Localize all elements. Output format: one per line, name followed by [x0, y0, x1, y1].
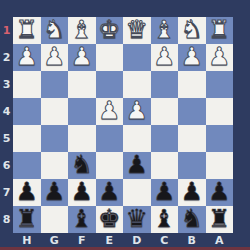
square-d4[interactable]: ♟	[123, 98, 151, 125]
square-e6[interactable]	[96, 152, 124, 179]
file-label-c: C	[151, 233, 179, 247]
white-pawn-c2[interactable]: ♟	[153, 43, 175, 70]
black-pawn-e7[interactable]: ♟	[98, 178, 120, 205]
square-g1[interactable]: ♞	[41, 17, 69, 44]
square-f2[interactable]: ♟	[68, 44, 96, 71]
square-f6[interactable]: ♞	[68, 152, 96, 179]
black-pawn-a7[interactable]: ♟	[208, 178, 230, 205]
square-h2[interactable]: ♟	[13, 44, 41, 71]
file-label-d: D	[123, 233, 151, 247]
white-pawn-e4[interactable]: ♟	[98, 97, 120, 124]
rank-label-6: 6	[0, 152, 13, 179]
rank-label-8: 8	[0, 206, 13, 233]
square-e4[interactable]: ♟	[96, 98, 124, 125]
square-b3[interactable]	[178, 71, 206, 98]
file-label-h: H	[13, 233, 41, 247]
square-f7[interactable]: ♟	[68, 179, 96, 206]
square-b7[interactable]: ♟	[178, 179, 206, 206]
black-pawn-b7[interactable]: ♟	[181, 178, 203, 205]
square-g3[interactable]	[41, 71, 69, 98]
square-d1[interactable]: ♛	[123, 17, 151, 44]
white-pawn-h2[interactable]: ♟	[16, 43, 38, 70]
black-rook-h8[interactable]: ♜	[16, 205, 38, 232]
file-label-f: F	[68, 233, 96, 247]
square-e2[interactable]	[96, 44, 124, 71]
square-c8[interactable]: ♝	[151, 206, 179, 233]
square-d2[interactable]	[123, 44, 151, 71]
white-pawn-g2[interactable]: ♟	[43, 43, 65, 70]
rank-label-7: 7	[0, 179, 13, 206]
square-c4[interactable]	[151, 98, 179, 125]
square-a5[interactable]	[206, 125, 234, 152]
square-b8[interactable]: ♞	[178, 206, 206, 233]
black-king-e8[interactable]: ♚	[98, 205, 120, 232]
white-knight-g1[interactable]: ♞	[43, 16, 65, 43]
chess-board-diagram: 12345678 ♜♞♝♚♛♝♞♜♟♟♟♟♟♟♟♟♞♟♟♟♟♟♟♟♟♜♝♚♛♝♞…	[0, 0, 250, 250]
square-e7[interactable]: ♟	[96, 179, 124, 206]
rank-label-2: 2	[0, 44, 13, 71]
square-f4[interactable]	[68, 98, 96, 125]
square-g8[interactable]	[41, 206, 69, 233]
file-labels: HGFEDCBA	[13, 233, 233, 247]
square-b2[interactable]: ♟	[178, 44, 206, 71]
white-pawn-a2[interactable]: ♟	[208, 43, 230, 70]
file-label-b: B	[178, 233, 206, 247]
square-e8[interactable]: ♚	[96, 206, 124, 233]
black-queen-d8[interactable]: ♛	[126, 205, 148, 232]
square-d3[interactable]	[123, 71, 151, 98]
rank-label-5: 5	[0, 125, 13, 152]
square-f5[interactable]	[68, 125, 96, 152]
square-c1[interactable]: ♝	[151, 17, 179, 44]
square-c5[interactable]	[151, 125, 179, 152]
square-g2[interactable]: ♟	[41, 44, 69, 71]
file-label-a: A	[206, 233, 234, 247]
black-pawn-f7[interactable]: ♟	[71, 178, 93, 205]
white-knight-b1[interactable]: ♞	[181, 16, 203, 43]
square-h8[interactable]: ♜	[13, 206, 41, 233]
square-a2[interactable]: ♟	[206, 44, 234, 71]
file-label-g: G	[41, 233, 69, 247]
white-pawn-b2[interactable]: ♟	[181, 43, 203, 70]
rank-labels: 12345678	[0, 17, 13, 233]
white-pawn-d4[interactable]: ♟	[126, 97, 148, 124]
white-bishop-f1[interactable]: ♝	[71, 16, 93, 43]
square-c7[interactable]: ♟	[151, 179, 179, 206]
square-c2[interactable]: ♟	[151, 44, 179, 71]
square-h7[interactable]: ♟	[13, 179, 41, 206]
square-f1[interactable]: ♝	[68, 17, 96, 44]
black-knight-f6[interactable]: ♞	[71, 151, 93, 178]
white-bishop-c1[interactable]: ♝	[153, 16, 175, 43]
black-pawn-g7[interactable]: ♟	[43, 178, 65, 205]
square-h5[interactable]	[13, 125, 41, 152]
black-knight-b8[interactable]: ♞	[181, 205, 203, 232]
file-label-e: E	[96, 233, 124, 247]
square-g6[interactable]	[41, 152, 69, 179]
square-a4[interactable]	[206, 98, 234, 125]
white-rook-h1[interactable]: ♜	[16, 16, 38, 43]
square-d5[interactable]	[123, 125, 151, 152]
black-pawn-c7[interactable]: ♟	[153, 178, 175, 205]
square-d7[interactable]	[123, 179, 151, 206]
square-h6[interactable]	[13, 152, 41, 179]
square-c3[interactable]	[151, 71, 179, 98]
square-f3[interactable]	[68, 71, 96, 98]
square-g4[interactable]	[41, 98, 69, 125]
square-g7[interactable]: ♟	[41, 179, 69, 206]
black-bishop-c8[interactable]: ♝	[153, 205, 175, 232]
square-d6[interactable]: ♟	[123, 152, 151, 179]
square-a6[interactable]	[206, 152, 234, 179]
black-rook-a8[interactable]: ♜	[208, 205, 230, 232]
white-rook-a1[interactable]: ♜	[208, 16, 230, 43]
square-b1[interactable]: ♞	[178, 17, 206, 44]
rank-label-4: 4	[0, 98, 13, 125]
square-f8[interactable]: ♝	[68, 206, 96, 233]
square-b5[interactable]	[178, 125, 206, 152]
square-e3[interactable]	[96, 71, 124, 98]
square-e5[interactable]	[96, 125, 124, 152]
square-h4[interactable]	[13, 98, 41, 125]
square-h3[interactable]	[13, 71, 41, 98]
square-b4[interactable]	[178, 98, 206, 125]
black-pawn-h7[interactable]: ♟	[16, 178, 38, 205]
black-pawn-d6[interactable]: ♟	[126, 151, 148, 178]
square-b6[interactable]	[178, 152, 206, 179]
square-e1[interactable]: ♚	[96, 17, 124, 44]
square-d8[interactable]: ♛	[123, 206, 151, 233]
rank-label-1: 1	[0, 17, 13, 44]
square-a3[interactable]	[206, 71, 234, 98]
white-pawn-f2[interactable]: ♟	[71, 43, 93, 70]
rank-label-3: 3	[0, 71, 13, 98]
square-h1[interactable]: ♜	[13, 17, 41, 44]
square-c6[interactable]	[151, 152, 179, 179]
square-g5[interactable]	[41, 125, 69, 152]
square-a8[interactable]: ♜	[206, 206, 234, 233]
black-bishop-f8[interactable]: ♝	[71, 205, 93, 232]
square-a1[interactable]: ♜	[206, 17, 234, 44]
square-a7[interactable]: ♟	[206, 179, 234, 206]
white-king-e1[interactable]: ♚	[98, 16, 120, 43]
white-queen-d1[interactable]: ♛	[126, 16, 148, 43]
board: ♜♞♝♚♛♝♞♜♟♟♟♟♟♟♟♟♞♟♟♟♟♟♟♟♟♜♝♚♛♝♞♜	[13, 17, 233, 233]
